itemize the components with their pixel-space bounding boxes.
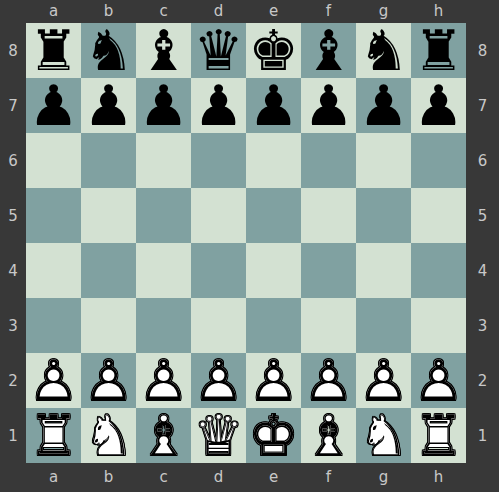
file-label-h-bottom: h — [411, 463, 466, 492]
black-knight[interactable]: ♞ — [356, 23, 411, 78]
rank-label-7-left: 7 — [0, 78, 26, 133]
black-rook-glyph: ♜ — [411, 23, 466, 78]
square-g4[interactable] — [356, 243, 411, 298]
white-pawn[interactable]: ♟♙ — [246, 353, 301, 408]
black-pawn-glyph: ♟ — [411, 78, 466, 133]
file-label-c-bottom: c — [136, 463, 191, 492]
square-c5[interactable] — [136, 188, 191, 243]
white-pawn-outline-glyph: ♙ — [191, 353, 246, 408]
white-pawn[interactable]: ♟♙ — [81, 353, 136, 408]
square-d6[interactable] — [191, 133, 246, 188]
chess-board: ♜♞♝♛♚♝♞♜♟♟♟♟♟♟♟♟♟♙♟♙♟♙♟♙♟♙♟♙♟♙♟♙♜♖♞♘♝♗♛♕… — [26, 23, 466, 463]
white-pawn[interactable]: ♟♙ — [136, 353, 191, 408]
white-pawn-outline-glyph: ♙ — [26, 353, 81, 408]
white-knight-fill-glyph: ♞ — [356, 408, 411, 463]
square-f4[interactable] — [301, 243, 356, 298]
black-knight[interactable]: ♞ — [81, 23, 136, 78]
black-pawn-glyph: ♟ — [81, 78, 136, 133]
white-rook-fill-glyph: ♜ — [411, 408, 466, 463]
square-b8[interactable]: ♞ — [81, 23, 136, 78]
file-label-f-bottom: f — [301, 463, 356, 492]
square-f1[interactable]: ♝♗ — [301, 408, 356, 463]
square-c2[interactable]: ♟♙ — [136, 353, 191, 408]
square-e7[interactable]: ♟ — [246, 78, 301, 133]
black-pawn[interactable]: ♟ — [26, 78, 81, 133]
square-h1[interactable]: ♜♖ — [411, 408, 466, 463]
rank-label-3-right: 3 — [466, 298, 499, 353]
square-a8[interactable]: ♜ — [26, 23, 81, 78]
rank-labels-left: 87654321 — [0, 23, 26, 463]
white-rook-outline-glyph: ♖ — [26, 408, 81, 463]
square-e2[interactable]: ♟♙ — [246, 353, 301, 408]
black-pawn-glyph: ♟ — [356, 78, 411, 133]
square-f3[interactable] — [301, 298, 356, 353]
white-queen-fill-glyph: ♛ — [191, 408, 246, 463]
white-knight-fill-glyph: ♞ — [81, 408, 136, 463]
square-f7[interactable]: ♟ — [301, 78, 356, 133]
rank-labels-right: 87654321 — [466, 23, 499, 463]
square-a2[interactable]: ♟♙ — [26, 353, 81, 408]
black-king[interactable]: ♚ — [246, 23, 301, 78]
white-rook[interactable]: ♜♖ — [26, 408, 81, 463]
white-pawn-fill-glyph: ♟ — [81, 353, 136, 408]
square-a7[interactable]: ♟ — [26, 78, 81, 133]
white-pawn[interactable]: ♟♙ — [301, 353, 356, 408]
white-knight[interactable]: ♞♘ — [356, 408, 411, 463]
black-bishop-glyph: ♝ — [301, 23, 356, 78]
rank-label-6-right: 6 — [466, 133, 499, 188]
rank-label-2-right: 2 — [466, 353, 499, 408]
square-h5[interactable] — [411, 188, 466, 243]
file-label-d-bottom: d — [191, 463, 246, 492]
square-e8[interactable]: ♚ — [246, 23, 301, 78]
square-a6[interactable] — [26, 133, 81, 188]
white-queen-outline-glyph: ♕ — [191, 408, 246, 463]
square-h4[interactable] — [411, 243, 466, 298]
square-g6[interactable] — [356, 133, 411, 188]
rank-label-3-left: 3 — [0, 298, 26, 353]
square-d3[interactable] — [191, 298, 246, 353]
white-rook-outline-glyph: ♖ — [411, 408, 466, 463]
black-pawn[interactable]: ♟ — [411, 78, 466, 133]
square-c3[interactable] — [136, 298, 191, 353]
black-pawn-glyph: ♟ — [136, 78, 191, 133]
black-pawn-glyph: ♟ — [26, 78, 81, 133]
black-pawn[interactable]: ♟ — [246, 78, 301, 133]
file-label-a-top: a — [26, 0, 81, 23]
rank-label-6-left: 6 — [0, 133, 26, 188]
black-bishop[interactable]: ♝ — [136, 23, 191, 78]
square-h7[interactable]: ♟ — [411, 78, 466, 133]
rank-label-5-right: 5 — [466, 188, 499, 243]
square-b4[interactable] — [81, 243, 136, 298]
white-pawn-outline-glyph: ♙ — [411, 353, 466, 408]
square-h8[interactable]: ♜ — [411, 23, 466, 78]
white-rook-fill-glyph: ♜ — [26, 408, 81, 463]
square-e1[interactable]: ♚♔ — [246, 408, 301, 463]
white-pawn-fill-glyph: ♟ — [136, 353, 191, 408]
rank-label-1-left: 1 — [0, 408, 26, 463]
square-d1[interactable]: ♛♕ — [191, 408, 246, 463]
black-bishop-glyph: ♝ — [136, 23, 191, 78]
white-pawn-outline-glyph: ♙ — [136, 353, 191, 408]
square-a5[interactable] — [26, 188, 81, 243]
white-king[interactable]: ♚♔ — [246, 408, 301, 463]
square-c1[interactable]: ♝♗ — [136, 408, 191, 463]
white-knight-outline-glyph: ♘ — [356, 408, 411, 463]
black-pawn-glyph: ♟ — [191, 78, 246, 133]
square-e3[interactable] — [246, 298, 301, 353]
white-pawn[interactable]: ♟♙ — [356, 353, 411, 408]
square-g5[interactable] — [356, 188, 411, 243]
square-a4[interactable] — [26, 243, 81, 298]
square-e5[interactable] — [246, 188, 301, 243]
file-label-g-top: g — [356, 0, 411, 23]
square-g2[interactable]: ♟♙ — [356, 353, 411, 408]
file-label-f-top: f — [301, 0, 356, 23]
square-e4[interactable] — [246, 243, 301, 298]
white-bishop-outline-glyph: ♗ — [301, 408, 356, 463]
black-rook-glyph: ♜ — [26, 23, 81, 78]
file-label-h-top: h — [411, 0, 466, 23]
square-d2[interactable]: ♟♙ — [191, 353, 246, 408]
black-queen-glyph: ♛ — [191, 23, 246, 78]
square-b3[interactable] — [81, 298, 136, 353]
rank-label-4-right: 4 — [466, 243, 499, 298]
rank-label-8-right: 8 — [466, 23, 499, 78]
square-h6[interactable] — [411, 133, 466, 188]
square-b6[interactable] — [81, 133, 136, 188]
white-pawn-outline-glyph: ♙ — [246, 353, 301, 408]
black-pawn[interactable]: ♟ — [191, 78, 246, 133]
white-bishop-fill-glyph: ♝ — [136, 408, 191, 463]
white-bishop[interactable]: ♝♗ — [136, 408, 191, 463]
black-knight-glyph: ♞ — [356, 23, 411, 78]
white-pawn-fill-glyph: ♟ — [356, 353, 411, 408]
white-pawn[interactable]: ♟♙ — [411, 353, 466, 408]
chess-app: abcdefgh abcdefgh 87654321 87654321 ♜♞♝♛… — [0, 0, 499, 492]
file-label-a-bottom: a — [26, 463, 81, 492]
black-bishop[interactable]: ♝ — [301, 23, 356, 78]
white-pawn-fill-glyph: ♟ — [191, 353, 246, 408]
square-g1[interactable]: ♞♘ — [356, 408, 411, 463]
square-c8[interactable]: ♝ — [136, 23, 191, 78]
square-d4[interactable] — [191, 243, 246, 298]
square-f2[interactable]: ♟♙ — [301, 353, 356, 408]
rank-label-7-right: 7 — [466, 78, 499, 133]
black-pawn[interactable]: ♟ — [81, 78, 136, 133]
white-knight[interactable]: ♞♘ — [81, 408, 136, 463]
white-pawn[interactable]: ♟♙ — [26, 353, 81, 408]
file-label-c-top: c — [136, 0, 191, 23]
square-b7[interactable]: ♟ — [81, 78, 136, 133]
white-pawn-fill-glyph: ♟ — [301, 353, 356, 408]
rank-label-2-left: 2 — [0, 353, 26, 408]
file-labels-top: abcdefgh — [26, 0, 466, 23]
square-g3[interactable] — [356, 298, 411, 353]
black-knight-glyph: ♞ — [81, 23, 136, 78]
square-c7[interactable]: ♟ — [136, 78, 191, 133]
rank-label-1-right: 1 — [466, 408, 499, 463]
rank-label-8-left: 8 — [0, 23, 26, 78]
black-pawn[interactable]: ♟ — [356, 78, 411, 133]
file-labels-bottom: abcdefgh — [26, 463, 466, 492]
square-h2[interactable]: ♟♙ — [411, 353, 466, 408]
rank-label-5-left: 5 — [0, 188, 26, 243]
black-king-glyph: ♚ — [246, 23, 301, 78]
white-pawn-outline-glyph: ♙ — [301, 353, 356, 408]
white-queen[interactable]: ♛♕ — [191, 408, 246, 463]
white-bishop-outline-glyph: ♗ — [136, 408, 191, 463]
square-h3[interactable] — [411, 298, 466, 353]
square-d5[interactable] — [191, 188, 246, 243]
white-pawn[interactable]: ♟♙ — [191, 353, 246, 408]
white-pawn-fill-glyph: ♟ — [411, 353, 466, 408]
square-b2[interactable]: ♟♙ — [81, 353, 136, 408]
square-f5[interactable] — [301, 188, 356, 243]
white-pawn-outline-glyph: ♙ — [356, 353, 411, 408]
square-a3[interactable] — [26, 298, 81, 353]
file-label-e-bottom: e — [246, 463, 301, 492]
square-c6[interactable] — [136, 133, 191, 188]
file-label-b-bottom: b — [81, 463, 136, 492]
square-e6[interactable] — [246, 133, 301, 188]
square-a1[interactable]: ♜♖ — [26, 408, 81, 463]
square-g8[interactable]: ♞ — [356, 23, 411, 78]
square-f6[interactable] — [301, 133, 356, 188]
white-bishop[interactable]: ♝♗ — [301, 408, 356, 463]
white-pawn-fill-glyph: ♟ — [26, 353, 81, 408]
square-b5[interactable] — [81, 188, 136, 243]
black-pawn-glyph: ♟ — [301, 78, 356, 133]
file-label-e-top: e — [246, 0, 301, 23]
file-label-d-top: d — [191, 0, 246, 23]
white-king-fill-glyph: ♚ — [246, 408, 301, 463]
black-pawn[interactable]: ♟ — [136, 78, 191, 133]
white-pawn-fill-glyph: ♟ — [246, 353, 301, 408]
white-bishop-fill-glyph: ♝ — [301, 408, 356, 463]
file-label-b-top: b — [81, 0, 136, 23]
square-b1[interactable]: ♞♘ — [81, 408, 136, 463]
white-rook[interactable]: ♜♖ — [411, 408, 466, 463]
black-queen[interactable]: ♛ — [191, 23, 246, 78]
black-rook[interactable]: ♜ — [411, 23, 466, 78]
square-c4[interactable] — [136, 243, 191, 298]
rank-label-4-left: 4 — [0, 243, 26, 298]
white-pawn-outline-glyph: ♙ — [81, 353, 136, 408]
black-pawn[interactable]: ♟ — [301, 78, 356, 133]
square-d8[interactable]: ♛ — [191, 23, 246, 78]
file-label-g-bottom: g — [356, 463, 411, 492]
white-knight-outline-glyph: ♘ — [81, 408, 136, 463]
black-rook[interactable]: ♜ — [26, 23, 81, 78]
square-f8[interactable]: ♝ — [301, 23, 356, 78]
white-king-outline-glyph: ♔ — [246, 408, 301, 463]
square-d7[interactable]: ♟ — [191, 78, 246, 133]
square-g7[interactable]: ♟ — [356, 78, 411, 133]
black-pawn-glyph: ♟ — [246, 78, 301, 133]
